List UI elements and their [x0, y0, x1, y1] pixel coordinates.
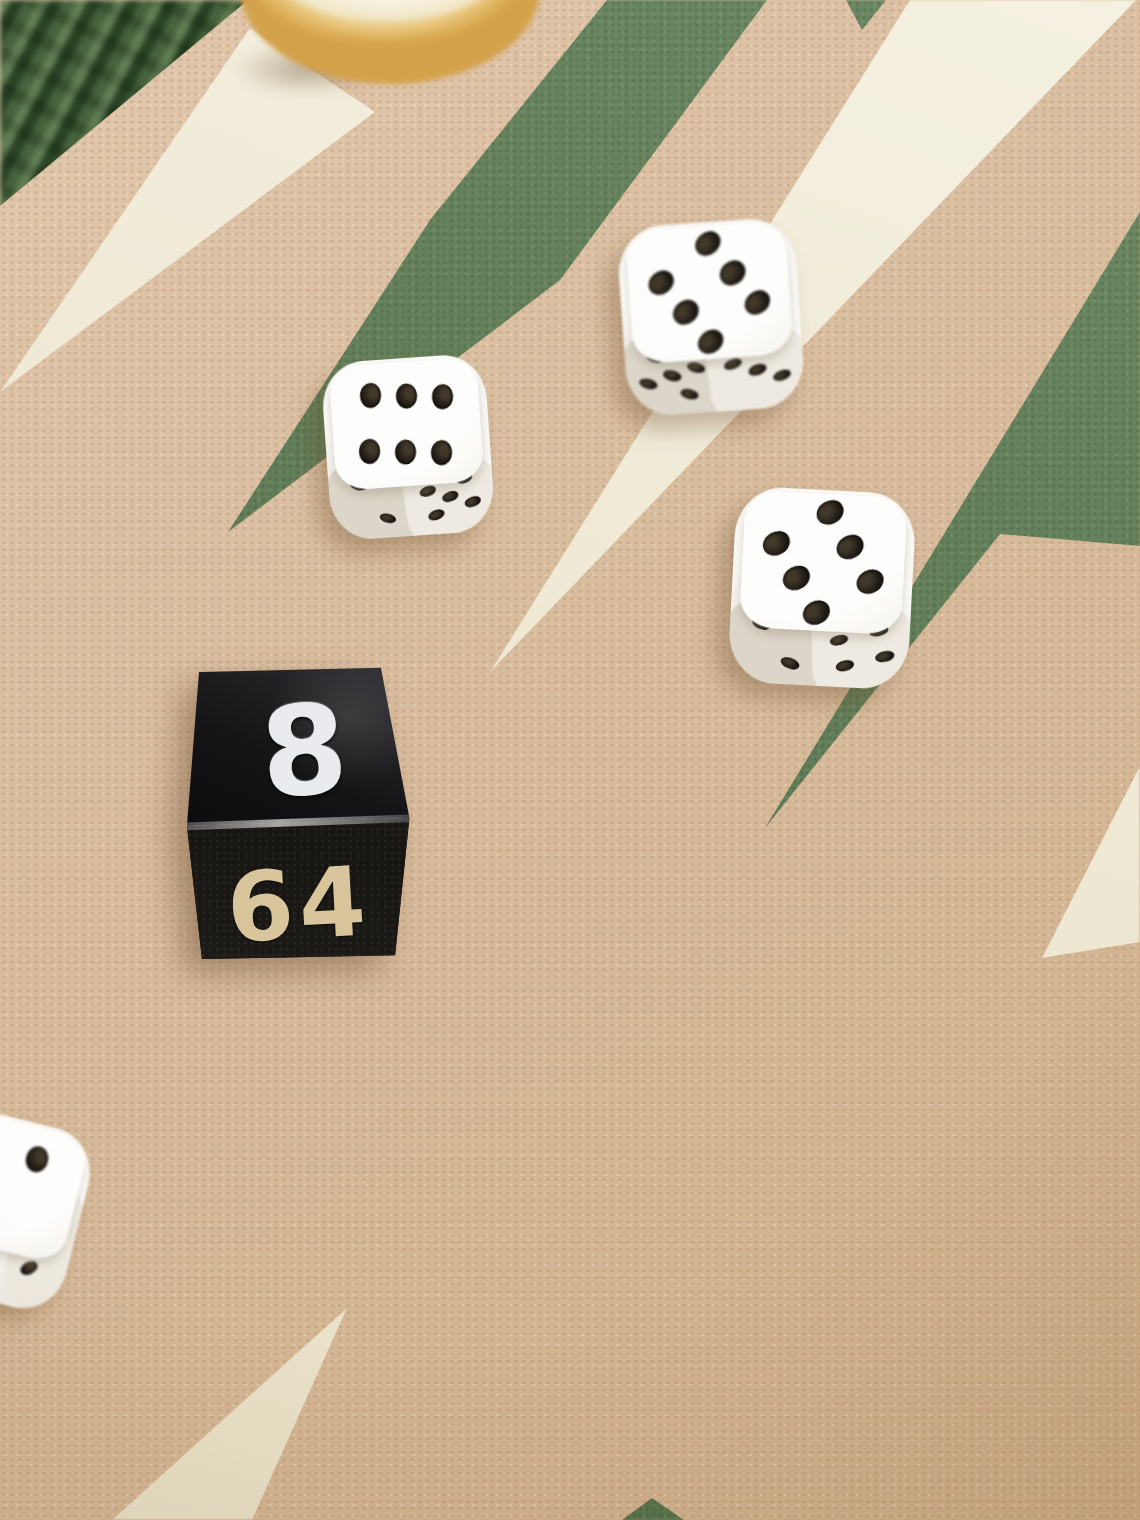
die-pip [639, 377, 659, 391]
die-pip [668, 295, 703, 330]
die-body [320, 352, 496, 541]
die-pip [359, 439, 381, 464]
die-pip [432, 384, 454, 409]
doubling-cube[interactable]: 8 64 [186, 664, 414, 962]
die-pip [759, 526, 794, 560]
die-pip [715, 255, 750, 290]
die-top-face [739, 490, 908, 635]
die-pip [690, 226, 725, 261]
die-pip [852, 565, 887, 599]
die-pip [835, 659, 855, 673]
die-pip [360, 382, 382, 407]
die-mid-right[interactable] [727, 485, 917, 690]
die-edge-partial[interactable] [0, 1098, 100, 1317]
die-body [616, 216, 807, 418]
die-pip [740, 285, 775, 320]
die-top-face [328, 357, 484, 492]
backgammon-board-photo: 8 64 [0, 0, 1140, 1520]
die-pip [395, 439, 417, 464]
die-pip [431, 440, 453, 465]
die-pip [396, 383, 418, 408]
die-pip [747, 362, 768, 378]
doubling-cube-value-front: 64 [224, 845, 373, 964]
die-pip [771, 368, 792, 384]
die-body [727, 485, 917, 690]
die-pip [378, 512, 397, 525]
checker-top-face [267, 0, 507, 21]
die-pip [779, 561, 814, 595]
die-top-face [625, 220, 794, 364]
die-pip [799, 595, 834, 629]
die-pip [693, 324, 728, 359]
die-top-face [0, 1104, 91, 1266]
die-pip [24, 1144, 51, 1174]
die-pip [812, 496, 847, 530]
die-top-center[interactable] [616, 216, 807, 418]
die-body [0, 1098, 100, 1317]
die-pip [875, 649, 895, 663]
die-pip [427, 508, 446, 523]
die-mid-left[interactable] [320, 352, 496, 541]
die-pip [643, 265, 678, 300]
die-pip [832, 530, 867, 564]
doubling-cube-value-top: 8 [256, 676, 352, 826]
